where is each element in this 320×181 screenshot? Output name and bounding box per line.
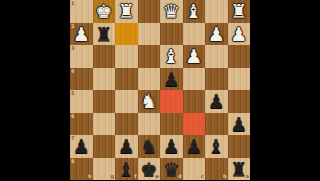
piece-black-pawn-f7[interactable]: ♟	[115, 135, 138, 158]
file-label-g: g	[110, 174, 114, 179]
square-b6[interactable]	[205, 113, 228, 136]
piece-black-rook-a8[interactable]: ♜	[228, 158, 251, 181]
square-b5[interactable]: ♟	[205, 90, 228, 113]
letterbox-right	[250, 0, 320, 180]
piece-black-king-e8[interactable]: ♚	[138, 158, 161, 181]
rank-label-6: 6	[71, 114, 74, 119]
piece-white-queen-d1[interactable]: ♛	[160, 0, 183, 23]
square-e8[interactable]: e♚	[138, 158, 161, 181]
square-d8[interactable]: d♛	[160, 158, 183, 181]
square-d2[interactable]	[160, 23, 183, 46]
square-c8[interactable]: c	[183, 158, 206, 181]
square-a4[interactable]	[228, 68, 251, 91]
rank-label-1: 1	[71, 1, 74, 6]
square-g3[interactable]	[93, 45, 116, 68]
piece-black-pawn-c7[interactable]: ♟	[183, 135, 206, 158]
square-a2[interactable]: ♟	[228, 23, 251, 46]
square-g8[interactable]: g	[93, 158, 116, 181]
square-c5[interactable]	[183, 90, 206, 113]
square-h4[interactable]: 4	[70, 68, 93, 91]
square-b3[interactable]	[205, 45, 228, 68]
square-f6[interactable]	[115, 113, 138, 136]
square-h6[interactable]: 6	[70, 113, 93, 136]
square-c1[interactable]: ♝	[183, 0, 206, 23]
square-b7[interactable]: ♝	[205, 135, 228, 158]
square-a5[interactable]	[228, 90, 251, 113]
square-e6[interactable]	[138, 113, 161, 136]
chess-board: 1♚♜♛♝♜2♟♜♟♟3♝♟4♟5♞♟6♟7♟♟♞♟♟♝8hgf♝e♚d♛cba…	[70, 0, 250, 180]
square-g7[interactable]	[93, 135, 116, 158]
piece-white-king-g1[interactable]: ♚	[93, 0, 116, 23]
thumbnail-stage: 1♚♜♛♝♜2♟♜♟♟3♝♟4♟5♞♟6♟7♟♟♞♟♟♝8hgf♝e♚d♛cba…	[0, 0, 320, 180]
square-d4[interactable]: ♟	[160, 68, 183, 91]
square-d6[interactable]	[160, 113, 183, 136]
square-g2[interactable]: ♜	[93, 23, 116, 46]
piece-black-pawn-d4[interactable]: ♟	[160, 68, 183, 91]
square-f8[interactable]: f♝	[115, 158, 138, 181]
square-h5[interactable]: 5	[70, 90, 93, 113]
square-b4[interactable]	[205, 68, 228, 91]
piece-white-bishop-c1[interactable]: ♝	[183, 0, 206, 23]
square-a1[interactable]: ♜	[228, 0, 251, 23]
file-label-h: h	[88, 174, 92, 179]
square-h1[interactable]: 1	[70, 0, 93, 23]
square-g5[interactable]	[93, 90, 116, 113]
square-c2[interactable]	[183, 23, 206, 46]
square-e3[interactable]	[138, 45, 161, 68]
piece-black-pawn-b5[interactable]: ♟	[205, 90, 228, 113]
square-b8[interactable]: b	[205, 158, 228, 181]
square-f1[interactable]: ♜	[115, 0, 138, 23]
square-e7[interactable]: ♞	[138, 135, 161, 158]
square-b2[interactable]: ♟	[205, 23, 228, 46]
square-c3[interactable]: ♟	[183, 45, 206, 68]
square-d1[interactable]: ♛	[160, 0, 183, 23]
piece-white-pawn-a2[interactable]: ♟	[228, 23, 251, 46]
square-d3[interactable]: ♝	[160, 45, 183, 68]
square-c4[interactable]	[183, 68, 206, 91]
piece-white-pawn-b2[interactable]: ♟	[205, 23, 228, 46]
rank-label-5: 5	[71, 91, 74, 96]
square-f7[interactable]: ♟	[115, 135, 138, 158]
square-b1[interactable]	[205, 0, 228, 23]
square-a8[interactable]: a♜	[228, 158, 251, 181]
square-g4[interactable]	[93, 68, 116, 91]
square-c7[interactable]: ♟	[183, 135, 206, 158]
piece-white-pawn-c3[interactable]: ♟	[183, 45, 206, 68]
rank-label-3: 3	[71, 46, 74, 51]
square-a3[interactable]	[228, 45, 251, 68]
piece-black-bishop-f8[interactable]: ♝	[115, 158, 138, 181]
piece-white-knight-e5[interactable]: ♞	[138, 90, 161, 113]
square-f5[interactable]	[115, 90, 138, 113]
square-a7[interactable]	[228, 135, 251, 158]
piece-white-rook-a1[interactable]: ♜	[228, 0, 251, 23]
square-f4[interactable]	[115, 68, 138, 91]
piece-black-pawn-a6[interactable]: ♟	[228, 113, 251, 136]
file-label-c: c	[201, 174, 204, 179]
rank-label-4: 4	[71, 69, 74, 74]
square-e4[interactable]	[138, 68, 161, 91]
square-h7[interactable]: 7♟	[70, 135, 93, 158]
square-e5[interactable]: ♞	[138, 90, 161, 113]
square-f3[interactable]	[115, 45, 138, 68]
square-d5[interactable]	[160, 90, 183, 113]
file-label-b: b	[223, 174, 227, 179]
piece-white-bishop-d3[interactable]: ♝	[160, 45, 183, 68]
piece-black-bishop-b7[interactable]: ♝	[205, 135, 228, 158]
square-h3[interactable]: 3	[70, 45, 93, 68]
piece-white-pawn-h2[interactable]: ♟	[70, 23, 93, 46]
piece-white-rook-f1[interactable]: ♜	[115, 0, 138, 23]
square-f2[interactable]	[115, 23, 138, 46]
piece-black-pawn-d7[interactable]: ♟	[160, 135, 183, 158]
square-e1[interactable]	[138, 0, 161, 23]
square-d7[interactable]: ♟	[160, 135, 183, 158]
square-c6[interactable]	[183, 113, 206, 136]
square-h2[interactable]: 2♟	[70, 23, 93, 46]
piece-black-rook-g2[interactable]: ♜	[93, 23, 116, 46]
piece-black-knight-e7[interactable]: ♞	[138, 135, 161, 158]
square-h8[interactable]: 8h	[70, 158, 93, 181]
rank-label-8: 8	[71, 159, 74, 164]
piece-black-queen-d8[interactable]: ♛	[160, 158, 183, 181]
square-e2[interactable]	[138, 23, 161, 46]
letterbox-left	[0, 0, 70, 180]
piece-black-pawn-h7[interactable]: ♟	[70, 135, 93, 158]
square-g1[interactable]: ♚	[93, 0, 116, 23]
square-a6[interactable]: ♟	[228, 113, 251, 136]
square-g6[interactable]	[93, 113, 116, 136]
